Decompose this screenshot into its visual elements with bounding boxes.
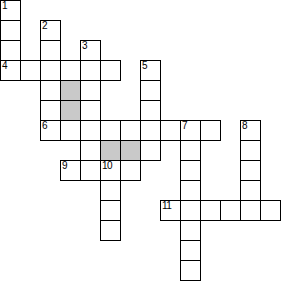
answer-cell-r2-c4[interactable]: 3 bbox=[80, 40, 101, 61]
answer-cell-r3-c2[interactable] bbox=[40, 60, 61, 81]
answer-cell-r8-c9[interactable] bbox=[180, 160, 201, 181]
answer-cell-r6-c2[interactable]: 6 bbox=[40, 120, 61, 141]
answer-cell-r5-c2[interactable] bbox=[40, 100, 61, 121]
answer-cell-r6-c9[interactable]: 7 bbox=[180, 120, 201, 141]
answer-cell-r8-c3[interactable]: 9 bbox=[60, 160, 81, 181]
shaded-cell-r7-c6 bbox=[120, 140, 141, 161]
clue-number-1: 1 bbox=[2, 1, 7, 11]
answer-cell-r0-c0[interactable]: 1 bbox=[0, 0, 21, 21]
answer-cell-r11-c9[interactable] bbox=[180, 220, 201, 241]
answer-cell-r4-c4[interactable] bbox=[80, 80, 101, 101]
answer-cell-r6-c7[interactable] bbox=[140, 120, 161, 141]
answer-cell-r10-c13[interactable] bbox=[260, 200, 281, 221]
answer-cell-r8-c12[interactable] bbox=[240, 160, 261, 181]
shaded-cell-r7-c5 bbox=[100, 140, 121, 161]
clue-number-5: 5 bbox=[142, 61, 147, 71]
answer-cell-r7-c4[interactable] bbox=[80, 140, 101, 161]
answer-cell-r3-c0[interactable]: 4 bbox=[0, 60, 21, 81]
clue-number-7: 7 bbox=[182, 121, 187, 131]
answer-cell-r1-c2[interactable]: 2 bbox=[40, 20, 61, 41]
answer-cell-r9-c5[interactable] bbox=[100, 180, 121, 201]
answer-cell-r2-c0[interactable] bbox=[0, 40, 21, 61]
clue-number-11: 11 bbox=[162, 201, 171, 211]
answer-cell-r1-c0[interactable] bbox=[0, 20, 21, 41]
answer-cell-r7-c7[interactable] bbox=[140, 140, 161, 161]
answer-cell-r11-c5[interactable] bbox=[100, 220, 121, 241]
clue-number-4: 4 bbox=[2, 61, 7, 71]
answer-cell-r6-c10[interactable] bbox=[200, 120, 221, 141]
shaded-cell-r4-c3 bbox=[60, 80, 81, 101]
answer-cell-r6-c3[interactable] bbox=[60, 120, 81, 141]
answer-cell-r7-c12[interactable] bbox=[240, 140, 261, 161]
answer-cell-r13-c9[interactable] bbox=[180, 260, 201, 281]
answer-cell-r12-c9[interactable] bbox=[180, 240, 201, 261]
answer-cell-r3-c4[interactable] bbox=[80, 60, 101, 81]
answer-cell-r7-c9[interactable] bbox=[180, 140, 201, 161]
answer-cell-r3-c3[interactable] bbox=[60, 60, 81, 81]
answer-cell-r10-c9[interactable] bbox=[180, 200, 201, 221]
answer-cell-r10-c5[interactable] bbox=[100, 200, 121, 221]
answer-cell-r8-c6[interactable] bbox=[120, 160, 141, 181]
crossword-page: 1234567891011 bbox=[0, 0, 281, 281]
answer-cell-r8-c4[interactable] bbox=[80, 160, 101, 181]
answer-cell-r6-c8[interactable] bbox=[160, 120, 181, 141]
answer-cell-r3-c7[interactable]: 5 bbox=[140, 60, 161, 81]
clue-number-8: 8 bbox=[242, 121, 247, 131]
clue-number-2: 2 bbox=[42, 21, 47, 31]
answer-cell-r6-c6[interactable] bbox=[120, 120, 141, 141]
answer-cell-r4-c2[interactable] bbox=[40, 80, 61, 101]
answer-cell-r3-c1[interactable] bbox=[20, 60, 41, 81]
answer-cell-r6-c5[interactable] bbox=[100, 120, 121, 141]
answer-cell-r5-c7[interactable] bbox=[140, 100, 161, 121]
clue-number-9: 9 bbox=[62, 161, 67, 171]
answer-cell-r4-c7[interactable] bbox=[140, 80, 161, 101]
answer-cell-r8-c5[interactable]: 10 bbox=[100, 160, 121, 181]
clue-number-10: 10 bbox=[102, 161, 112, 171]
clue-number-6: 6 bbox=[42, 121, 47, 131]
answer-cell-r9-c9[interactable] bbox=[180, 180, 201, 201]
answer-cell-r2-c2[interactable] bbox=[40, 40, 61, 61]
answer-cell-r5-c4[interactable] bbox=[80, 100, 101, 121]
answer-cell-r6-c4[interactable] bbox=[80, 120, 101, 141]
answer-cell-r10-c12[interactable] bbox=[240, 200, 261, 221]
crossword-board: 1234567891011 bbox=[0, 0, 281, 281]
answer-cell-r10-c10[interactable] bbox=[200, 200, 221, 221]
answer-cell-r3-c5[interactable] bbox=[100, 60, 121, 81]
shaded-cell-r5-c3 bbox=[60, 100, 81, 121]
answer-cell-r9-c12[interactable] bbox=[240, 180, 261, 201]
answer-cell-r10-c8[interactable]: 11 bbox=[160, 200, 181, 221]
answer-cell-r10-c11[interactable] bbox=[220, 200, 241, 221]
answer-cell-r6-c12[interactable]: 8 bbox=[240, 120, 261, 141]
clue-number-3: 3 bbox=[82, 41, 87, 51]
